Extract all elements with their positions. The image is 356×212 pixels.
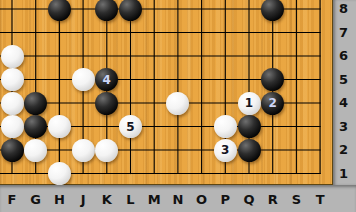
row-coordinates: 87654321 bbox=[333, 0, 356, 185]
coord-label-M: M bbox=[144, 192, 164, 208]
coord-label-N: N bbox=[168, 192, 188, 208]
coord-label-4: 4 bbox=[333, 95, 354, 111]
coord-label-L: L bbox=[121, 192, 141, 208]
coord-label-8: 8 bbox=[333, 1, 354, 17]
coord-label-5: 5 bbox=[333, 72, 354, 88]
coord-label-7: 7 bbox=[333, 25, 354, 41]
coord-label-K: K bbox=[97, 192, 117, 208]
coord-label-G: G bbox=[26, 192, 46, 208]
coord-label-3: 3 bbox=[333, 119, 354, 135]
coord-label-H: H bbox=[49, 192, 69, 208]
coord-label-R: R bbox=[263, 192, 283, 208]
coord-label-O: O bbox=[192, 192, 212, 208]
coord-label-J: J bbox=[73, 192, 93, 208]
coord-label-1: 1 bbox=[333, 166, 354, 182]
coord-label-F: F bbox=[2, 192, 22, 208]
go-board[interactable] bbox=[0, 0, 333, 185]
coord-label-T: T bbox=[310, 192, 330, 208]
board-grid-lines bbox=[0, 0, 332, 184]
coord-label-2: 2 bbox=[333, 142, 354, 158]
coord-label-6: 6 bbox=[333, 48, 354, 64]
coord-label-Q: Q bbox=[239, 192, 259, 208]
coord-label-S: S bbox=[286, 192, 306, 208]
go-board-panel: 41253 87654321 FGHJKLMNOPQRST bbox=[0, 0, 356, 212]
column-coordinates: FGHJKLMNOPQRST bbox=[0, 185, 356, 212]
coord-label-P: P bbox=[215, 192, 235, 208]
